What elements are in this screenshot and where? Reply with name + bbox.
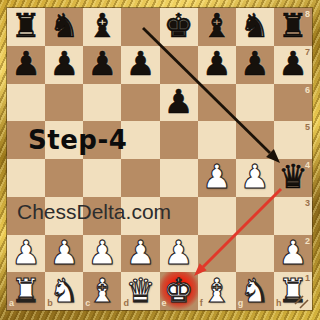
white-pawn-a2[interactable]: ♟ — [11, 236, 41, 269]
square-b7[interactable]: ♟ — [45, 46, 83, 84]
square-c4[interactable] — [83, 159, 121, 197]
square-f1[interactable]: ♝f — [198, 272, 236, 310]
square-f4[interactable]: ♟ — [198, 159, 236, 197]
black-knight-g8[interactable]: ♞ — [240, 9, 270, 42]
square-d7[interactable]: ♟ — [121, 46, 159, 84]
white-king-e1[interactable]: ♚ — [164, 274, 194, 307]
square-e4[interactable] — [160, 159, 198, 197]
board: ♜♞♝♚♝♞♜8♟♟♟♟♟♟♟7♟65♟♟♛43♟♟♟♟♟♟2♜a♞b♝c♛d♚… — [7, 8, 312, 310]
square-f2[interactable] — [198, 235, 236, 273]
square-g8[interactable]: ♞ — [236, 8, 274, 46]
square-g3[interactable] — [236, 197, 274, 235]
square-h6[interactable]: 6 — [274, 84, 312, 122]
square-c2[interactable]: ♟ — [83, 235, 121, 273]
square-h3[interactable]: 3 — [274, 197, 312, 235]
rank-label-8: 8 — [305, 10, 310, 19]
square-d2[interactable]: ♟ — [121, 235, 159, 273]
square-b1[interactable]: ♞b — [45, 272, 83, 310]
white-rook-h1[interactable]: ♜ — [278, 274, 308, 307]
black-rook-a8[interactable]: ♜ — [11, 9, 41, 42]
square-a7[interactable]: ♟ — [7, 46, 45, 84]
square-f6[interactable] — [198, 84, 236, 122]
square-g5[interactable] — [236, 121, 274, 159]
square-c1[interactable]: ♝c — [83, 272, 121, 310]
square-h1[interactable]: ♜1h — [274, 272, 312, 310]
square-b6[interactable] — [45, 84, 83, 122]
square-d1[interactable]: ♛d — [121, 272, 159, 310]
black-pawn-d7[interactable]: ♟ — [126, 47, 156, 80]
square-f5[interactable] — [198, 121, 236, 159]
square-a6[interactable] — [7, 84, 45, 122]
black-pawn-e6[interactable]: ♟ — [164, 85, 194, 118]
black-knight-b8[interactable]: ♞ — [49, 9, 79, 42]
rank-label-6: 6 — [305, 86, 310, 95]
square-h4[interactable]: ♛4 — [274, 159, 312, 197]
black-pawn-g7[interactable]: ♟ — [240, 47, 270, 80]
square-g6[interactable] — [236, 84, 274, 122]
square-e5[interactable] — [160, 121, 198, 159]
white-pawn-c2[interactable]: ♟ — [88, 236, 118, 269]
rank-label-4: 4 — [305, 161, 310, 170]
square-e6[interactable]: ♟ — [160, 84, 198, 122]
square-g1[interactable]: ♞g — [236, 272, 274, 310]
black-bishop-f8[interactable]: ♝ — [202, 9, 232, 42]
square-g2[interactable] — [236, 235, 274, 273]
square-f3[interactable] — [198, 197, 236, 235]
square-g4[interactable]: ♟ — [236, 159, 274, 197]
rank-label-2: 2 — [305, 237, 310, 246]
square-d4[interactable] — [121, 159, 159, 197]
file-label-d: d — [123, 299, 129, 308]
square-h2[interactable]: ♟2 — [274, 235, 312, 273]
white-pawn-e2[interactable]: ♟ — [164, 236, 194, 269]
file-label-c: c — [85, 299, 90, 308]
file-label-h: h — [276, 299, 282, 308]
square-b8[interactable]: ♞ — [45, 8, 83, 46]
file-label-b: b — [47, 299, 53, 308]
file-label-a: a — [9, 299, 14, 308]
black-rook-h8[interactable]: ♜ — [278, 9, 308, 42]
square-d6[interactable] — [121, 84, 159, 122]
step-label: Step-4 — [28, 125, 127, 155]
white-pawn-h2[interactable]: ♟ — [278, 236, 308, 269]
rank-label-3: 3 — [305, 199, 310, 208]
square-h8[interactable]: ♜8 — [274, 8, 312, 46]
white-knight-g1[interactable]: ♞ — [240, 274, 270, 307]
square-a8[interactable]: ♜ — [7, 8, 45, 46]
square-c7[interactable]: ♟ — [83, 46, 121, 84]
rank-label-5: 5 — [305, 123, 310, 132]
square-e2[interactable]: ♟ — [160, 235, 198, 273]
square-b4[interactable] — [45, 159, 83, 197]
square-b2[interactable]: ♟ — [45, 235, 83, 273]
square-h7[interactable]: ♟7 — [274, 46, 312, 84]
black-pawn-c7[interactable]: ♟ — [88, 47, 118, 80]
square-c8[interactable]: ♝ — [83, 8, 121, 46]
square-c6[interactable] — [83, 84, 121, 122]
black-pawn-h7[interactable]: ♟ — [278, 47, 308, 80]
file-label-e: e — [162, 299, 167, 308]
black-bishop-c8[interactable]: ♝ — [88, 9, 118, 42]
white-pawn-g4[interactable]: ♟ — [240, 160, 270, 193]
square-e8[interactable]: ♚ — [160, 8, 198, 46]
black-pawn-b7[interactable]: ♟ — [49, 47, 79, 80]
white-bishop-f1[interactable]: ♝ — [202, 274, 232, 307]
square-e7[interactable] — [160, 46, 198, 84]
square-a4[interactable] — [7, 159, 45, 197]
black-king-e8[interactable]: ♚ — [164, 9, 194, 42]
file-label-f: f — [200, 299, 203, 308]
square-d8[interactable] — [121, 8, 159, 46]
white-queen-d1[interactable]: ♛ — [126, 274, 156, 307]
site-watermark: ChessDelta.com — [17, 200, 171, 224]
black-pawn-f7[interactable]: ♟ — [202, 47, 232, 80]
white-knight-b1[interactable]: ♞ — [49, 274, 79, 307]
white-bishop-c1[interactable]: ♝ — [88, 274, 118, 307]
framed-chess-diagram: ♜♞♝♚♝♞♜8♟♟♟♟♟♟♟7♟65♟♟♛43♟♟♟♟♟♟2♜a♞b♝c♛d♚… — [0, 0, 320, 320]
white-pawn-f4[interactable]: ♟ — [202, 160, 232, 193]
square-g7[interactable]: ♟ — [236, 46, 274, 84]
square-f8[interactable]: ♝ — [198, 8, 236, 46]
black-pawn-a7[interactable]: ♟ — [11, 47, 41, 80]
rank-label-1: 1 — [305, 274, 310, 283]
white-pawn-d2[interactable]: ♟ — [126, 236, 156, 269]
square-f7[interactable]: ♟ — [198, 46, 236, 84]
black-queen-h4[interactable]: ♛ — [278, 160, 308, 193]
white-rook-a1[interactable]: ♜ — [11, 274, 41, 307]
square-e1[interactable]: ♚e — [160, 272, 198, 310]
white-pawn-b2[interactable]: ♟ — [49, 236, 79, 269]
square-a1[interactable]: ♜a — [7, 272, 45, 310]
file-label-g: g — [238, 299, 244, 308]
square-a2[interactable]: ♟ — [7, 235, 45, 273]
rank-label-7: 7 — [305, 48, 310, 57]
square-h5[interactable]: 5 — [274, 121, 312, 159]
